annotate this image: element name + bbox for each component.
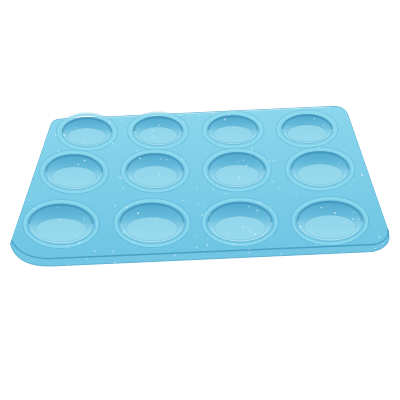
muffin-cup-r2-c3 (203, 148, 272, 192)
cup-floor (51, 167, 96, 188)
cup-floor (304, 215, 356, 239)
cup-floor (213, 126, 253, 143)
cup-floor (35, 218, 86, 242)
cup-floor (139, 127, 178, 144)
muffin-cup-r1-c1 (57, 113, 118, 151)
cup-floor (214, 165, 259, 186)
muffin-cup-r2-c4 (285, 147, 355, 191)
muffin-cup-r3-c2 (114, 199, 191, 248)
muffin-cup-r1-c2 (128, 112, 189, 150)
muffin-cup-r1-c3 (202, 111, 264, 149)
cup-floor (287, 125, 327, 142)
muffin-cup-r3-c4 (291, 197, 369, 246)
muffin-pan (0, 0, 400, 400)
muffin-cup-r2-c1 (40, 150, 109, 194)
product-photo-background (0, 0, 400, 400)
cup-floor (68, 128, 107, 145)
cup-floor (297, 164, 343, 185)
muffin-cup-r3-c1 (23, 200, 100, 249)
cup-floor (214, 216, 265, 240)
muffin-cup-r1-c4 (276, 110, 338, 148)
muffin-cup-r2-c2 (121, 149, 190, 193)
cup-floor (132, 166, 177, 187)
muffin-cup-r3-c3 (202, 198, 279, 247)
